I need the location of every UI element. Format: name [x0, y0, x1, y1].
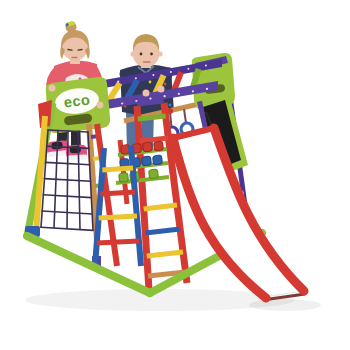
- girl-right-hand: [49, 85, 56, 92]
- eco-logo-text: eco: [63, 91, 91, 110]
- product-photo: eco: [0, 0, 350, 350]
- boy-left-hand: [143, 90, 150, 97]
- boy-right-hand: [158, 86, 165, 93]
- girl-left-hand: [97, 102, 104, 109]
- play-gym-illustration: eco: [0, 0, 350, 350]
